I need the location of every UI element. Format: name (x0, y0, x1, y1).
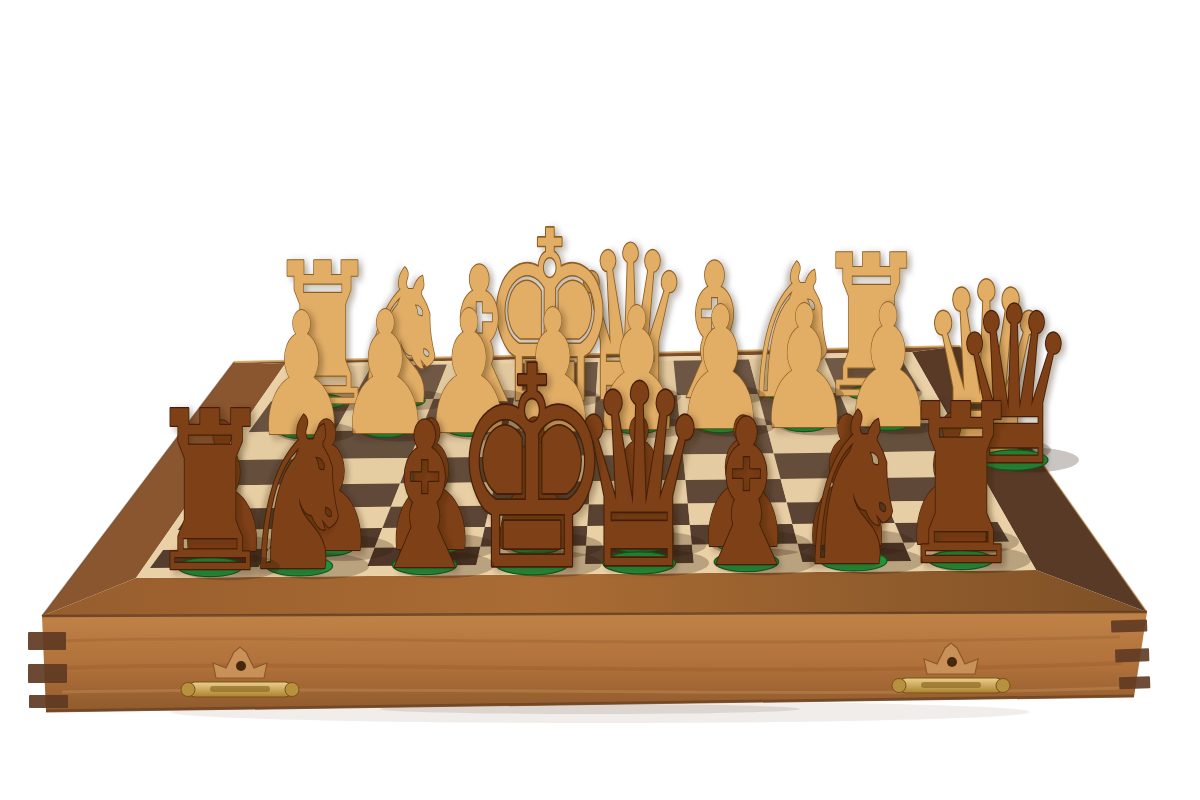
board-scene: ♜♞♝♛♚♝♞♜♟♟♟♟♟♟♟♟♛♛♟♟♟♟♟♟♟♟♜♞♝♛♚♝♞♜ (0, 0, 1200, 800)
knight-glyph: ♞ (794, 368, 915, 613)
chess-set-photo: ♜♞♝♛♚♝♞♜♟♟♟♟♟♟♟♟♛♛♟♟♟♟♟♟♟♟♜♞♝♛♚♝♞♜ (0, 0, 1200, 800)
piece-black-knight: ♞ (794, 368, 924, 613)
rook-glyph: ♜ (898, 357, 1024, 614)
piece-black-rook: ♜ (898, 357, 1031, 614)
piece-black-rook: ♜ (147, 364, 280, 621)
bishop-glyph: ♝ (367, 380, 483, 615)
finger-joints-left (28, 632, 68, 708)
pieces-layer: ♜♞♝♛♚♝♞♜♟♟♟♟♟♟♟♟♛♛♟♟♟♟♟♟♟♟♜♞♝♛♚♝♞♜ (147, 181, 1079, 632)
rook-glyph: ♜ (147, 364, 273, 621)
piece-black-bishop: ♝ (367, 380, 495, 615)
